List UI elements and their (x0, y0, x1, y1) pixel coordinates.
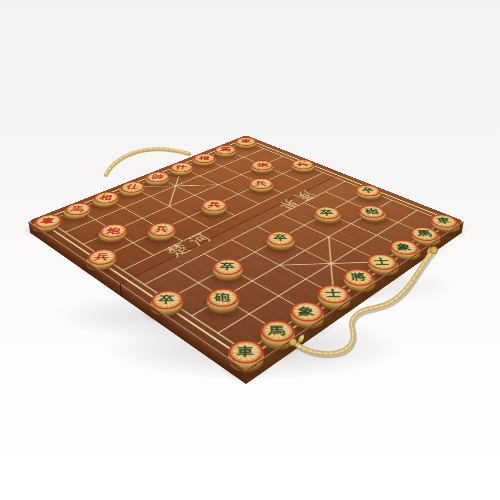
product-photo: 漢界 楚河 車馬相仕炮兵帥仕兵相卒馬兵車卒砲炮兵車卒馬兵象卒士將卒砲士象馬車 (0, 0, 500, 500)
rope-clasp (289, 338, 296, 345)
rope-handle (0, 0, 500, 500)
rope-clasp (430, 246, 437, 253)
